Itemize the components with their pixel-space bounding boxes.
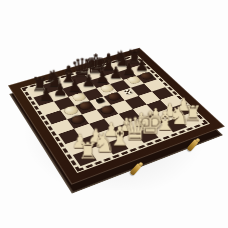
black-pawn: ♟ [135,57,149,73]
product-photo: ♜♞♝♛♚♝♞♜♟♟♟♟♟♟♟♟♟♟♟♟♟♟♟♟♜♞♝♛♚♝♞♜ [0,0,228,228]
dark-checker [70,114,86,125]
black-rook: ♜ [126,48,142,66]
light-checker [126,76,141,85]
dark-checker [106,92,122,102]
square-h3 [160,95,182,108]
dark-checker [139,72,154,81]
black-die [95,97,106,104]
white-die [123,89,134,95]
